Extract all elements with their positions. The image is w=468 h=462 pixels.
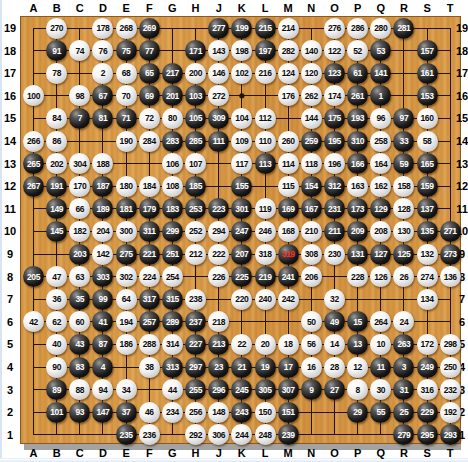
stone-M7-white-242[interactable]: 242 (278, 289, 299, 310)
stone-O9-white-230[interactable]: 230 (324, 244, 345, 265)
coord-col-top-B: B (53, 2, 61, 14)
coord-col-top-T: T (447, 2, 454, 14)
stone-F15-white-72[interactable]: 72 (139, 108, 160, 129)
stone-D7-black-99[interactable]: 99 (92, 289, 113, 310)
stone-K9-black-207[interactable]: 207 (231, 244, 252, 265)
stone-L1-white-248[interactable]: 248 (255, 424, 276, 445)
stone-F8-white-224[interactable]: 224 (139, 266, 160, 287)
stone-K14-white-109[interactable]: 109 (231, 131, 252, 152)
stone-S13-black-165[interactable]: 165 (417, 153, 438, 174)
stone-G10-black-299[interactable]: 299 (162, 221, 183, 242)
stone-B15-white-84[interactable]: 84 (46, 108, 67, 129)
stone-F9-black-221[interactable]: 221 (139, 244, 160, 265)
stone-S16-black-153[interactable]: 153 (417, 85, 438, 106)
stone-N15-white-144[interactable]: 144 (301, 108, 322, 129)
stone-R4-black-3[interactable]: 3 (393, 357, 414, 378)
stone-K4-black-21[interactable]: 21 (231, 357, 252, 378)
stone-G15-white-80[interactable]: 80 (162, 108, 183, 129)
stone-S17-black-161[interactable]: 161 (417, 63, 438, 84)
stone-N10-white-210[interactable]: 210 (301, 221, 322, 242)
coord-col-top-H: H (192, 2, 200, 14)
stone-G12-white-108[interactable]: 108 (162, 176, 183, 197)
coord-row-right-16: 16 (456, 90, 468, 102)
coord-row-left-3: 3 (7, 384, 13, 396)
stone-S4-black-249[interactable]: 249 (417, 357, 438, 378)
stone-O15-black-175[interactable]: 175 (324, 108, 345, 129)
stone-M1-black-239[interactable]: 239 (278, 424, 299, 445)
stone-D12-black-187[interactable]: 187 (92, 176, 113, 197)
stone-O3-black-27[interactable]: 27 (324, 379, 345, 400)
stone-N5-white-56[interactable]: 56 (301, 334, 322, 355)
stone-L11-white-119[interactable]: 119 (255, 198, 276, 219)
stone-H2-white-256[interactable]: 256 (185, 402, 206, 423)
coord-row-right-14: 14 (456, 135, 468, 147)
stone-E7-white-64[interactable]: 64 (116, 289, 137, 310)
stone-L13-black-113[interactable]: 113 (255, 153, 276, 174)
coord-row-right-11: 11 (456, 203, 468, 215)
stone-P19-white-286[interactable]: 286 (347, 18, 368, 39)
stone-G7-black-315[interactable]: 315 (162, 289, 183, 310)
stone-C2-black-93[interactable]: 93 (69, 402, 90, 423)
coord-row-left-10: 10 (4, 225, 16, 237)
stone-G8-white-254[interactable]: 254 (162, 266, 183, 287)
stone-F5-white-288[interactable]: 288 (139, 334, 160, 355)
coord-row-right-17: 17 (456, 67, 468, 79)
stone-L10-white-246[interactable]: 246 (255, 221, 276, 242)
stone-T5-white-298[interactable]: 298 (440, 334, 461, 355)
coord-col-bottom-D: D (99, 447, 107, 459)
stone-B4-white-90[interactable]: 90 (46, 357, 67, 378)
stone-M14-white-260[interactable]: 260 (278, 131, 299, 152)
coord-col-bottom-K: K (238, 447, 246, 459)
stone-R19-black-281[interactable]: 281 (393, 18, 414, 39)
stone-Q17-black-141[interactable]: 141 (370, 63, 391, 84)
coord-col-bottom-J: J (216, 447, 222, 459)
stone-E16-white-70[interactable]: 70 (116, 85, 137, 106)
stone-M16-white-176[interactable]: 176 (278, 85, 299, 106)
stone-B14-white-86[interactable]: 86 (46, 131, 67, 152)
coord-col-bottom-Q: Q (376, 447, 385, 459)
stone-F6-black-257[interactable]: 257 (139, 311, 160, 332)
stone-M2-black-151[interactable]: 151 (278, 402, 299, 423)
stone-B5-white-40[interactable]: 40 (46, 334, 67, 355)
coord-col-bottom-N: N (307, 447, 315, 459)
stone-H9-white-212[interactable]: 212 (185, 244, 206, 265)
stone-B17-white-78[interactable]: 78 (46, 63, 67, 84)
stone-Q12-white-162[interactable]: 162 (370, 176, 391, 197)
coord-row-left-12: 12 (4, 180, 16, 192)
coord-col-bottom-G: G (168, 447, 177, 459)
stone-D19-white-178[interactable]: 178 (92, 18, 113, 39)
stone-F4-white-38[interactable]: 38 (139, 357, 160, 378)
stone-R12-white-158[interactable]: 158 (393, 176, 414, 197)
stone-O10-black-211[interactable]: 211 (324, 221, 345, 242)
stone-K12-black-155[interactable]: 155 (231, 176, 252, 197)
coord-col-bottom-F: F (146, 447, 153, 459)
coord-col-bottom-M: M (284, 447, 293, 459)
coord-row-left-2: 2 (7, 406, 13, 418)
stone-P5-black-13[interactable]: 13 (347, 334, 368, 355)
coord-row-left-16: 16 (4, 90, 16, 102)
stone-L15-white-112[interactable]: 112 (255, 108, 276, 129)
coord-col-top-E: E (122, 2, 129, 14)
coord-col-bottom-R: R (400, 447, 408, 459)
stone-P12-white-163[interactable]: 163 (347, 176, 368, 197)
stone-L14-white-110[interactable]: 110 (255, 131, 276, 152)
stone-E8-white-302[interactable]: 302 (116, 266, 137, 287)
coord-col-bottom-T: T (447, 447, 454, 459)
stone-S12-black-159[interactable]: 159 (417, 176, 438, 197)
stone-T8-white-136[interactable]: 136 (440, 266, 461, 287)
stone-Q15-white-96[interactable]: 96 (370, 108, 391, 129)
stone-Q5-white-10[interactable]: 10 (370, 334, 391, 355)
stone-E2-black-37[interactable]: 37 (116, 402, 137, 423)
stone-M11-black-169[interactable]: 169 (278, 198, 299, 219)
stone-L8-black-219[interactable]: 219 (255, 266, 276, 287)
coord-row-left-18: 18 (4, 45, 16, 57)
stone-E3-white-34[interactable]: 34 (116, 379, 137, 400)
stone-B10-black-145[interactable]: 145 (46, 221, 67, 242)
coord-row-left-19: 19 (4, 22, 16, 34)
coord-col-top-Q: Q (376, 2, 385, 14)
stone-L4-black-19[interactable]: 19 (255, 357, 276, 378)
coord-col-top-D: D (99, 2, 107, 14)
stone-E6-white-194[interactable]: 194 (116, 311, 137, 332)
coord-col-bottom-O: O (330, 447, 339, 459)
stone-P17-black-61[interactable]: 61 (347, 63, 368, 84)
stone-Q14-white-258[interactable]: 258 (370, 131, 391, 152)
coord-row-left-11: 11 (4, 203, 16, 215)
stone-O5-white-14[interactable]: 14 (324, 334, 345, 355)
coord-col-top-F: F (146, 2, 153, 14)
stone-E12-white-180[interactable]: 180 (116, 176, 137, 197)
go-app-window: AABBCCDDEEFFGGHHJJKKLLMMNNOOPPQQRRSSTT19… (0, 0, 468, 462)
stone-E5-white-186[interactable]: 186 (116, 334, 137, 355)
coord-row-right-18: 18 (456, 45, 468, 57)
stone-K17-white-102[interactable]: 102 (231, 63, 252, 84)
stone-T2-white-192[interactable]: 192 (440, 402, 461, 423)
stone-Q4-black-11[interactable]: 11 (370, 357, 391, 378)
coord-row-left-8: 8 (7, 271, 13, 283)
stone-S1-black-295[interactable]: 295 (417, 424, 438, 445)
stone-E1-black-235[interactable]: 235 (116, 424, 137, 445)
coord-col-bottom-S: S (423, 447, 430, 459)
stone-M5-white-18[interactable]: 18 (278, 334, 299, 355)
stone-N6-white-50[interactable]: 50 (301, 311, 322, 332)
stone-P2-black-29[interactable]: 29 (347, 402, 368, 423)
coord-row-left-1: 1 (7, 429, 13, 441)
stone-C7-black-35[interactable]: 35 (69, 289, 90, 310)
stone-S5-white-172[interactable]: 172 (417, 334, 438, 355)
stone-F14-white-284[interactable]: 284 (139, 131, 160, 152)
stone-P10-black-209[interactable]: 209 (347, 221, 368, 242)
stone-O7-white-32[interactable]: 32 (324, 289, 345, 310)
coord-col-top-K: K (238, 2, 246, 14)
stone-M19-white-214[interactable]: 214 (278, 18, 299, 39)
stone-G2-white-234[interactable]: 234 (162, 402, 183, 423)
stone-L5-white-20[interactable]: 20 (255, 334, 276, 355)
stone-Q2-black-55[interactable]: 55 (370, 402, 391, 423)
stone-J17-white-146[interactable]: 146 (208, 63, 229, 84)
stone-O13-white-196[interactable]: 196 (324, 153, 345, 174)
coord-row-left-6: 6 (7, 316, 13, 328)
coord-row-left-15: 15 (4, 112, 16, 124)
stone-L2-white-150[interactable]: 150 (255, 402, 276, 423)
stone-F7-black-317[interactable]: 317 (139, 289, 160, 310)
coord-col-top-G: G (168, 2, 177, 14)
coord-row-left-13: 13 (4, 158, 16, 170)
stone-N9-white-308[interactable]: 308 (301, 244, 322, 265)
stone-F2-white-46[interactable]: 46 (139, 402, 160, 423)
coord-col-top-N: N (307, 2, 315, 14)
stone-H4-black-297[interactable]: 297 (185, 357, 206, 378)
stone-G14-black-283[interactable]: 283 (162, 131, 183, 152)
stone-F10-black-311[interactable]: 311 (139, 221, 160, 242)
stone-A13-black-265[interactable]: 265 (23, 153, 44, 174)
stone-J19-black-277[interactable]: 277 (208, 18, 229, 39)
stone-R14-black-33[interactable]: 33 (393, 131, 414, 152)
stone-P9-black-131[interactable]: 131 (347, 244, 368, 265)
stone-N4-white-16[interactable]: 16 (301, 357, 322, 378)
coord-row-left-5: 5 (7, 338, 13, 350)
coord-row-right-15: 15 (456, 112, 468, 124)
stone-F17-black-65[interactable]: 65 (139, 63, 160, 84)
stone-S2-black-229[interactable]: 229 (417, 402, 438, 423)
stone-E14-white-190[interactable]: 190 (116, 131, 137, 152)
stone-H12-black-185[interactable]: 185 (185, 176, 206, 197)
stone-E19-white-268[interactable]: 268 (116, 18, 137, 39)
coord-col-top-A: A (30, 2, 38, 14)
stone-D2-black-147[interactable]: 147 (92, 402, 113, 423)
stone-Q10-white-208[interactable]: 208 (370, 221, 391, 242)
stone-N3-black-9[interactable]: 9 (301, 379, 322, 400)
stone-M17-white-124[interactable]: 124 (278, 63, 299, 84)
coord-col-top-R: R (400, 2, 408, 14)
stone-M9-black-319[interactable]: 319 (278, 244, 299, 265)
stone-M4-black-17[interactable]: 17 (278, 357, 299, 378)
stone-C9-black-203[interactable]: 203 (69, 244, 90, 265)
stone-N11-black-167[interactable]: 167 (301, 198, 322, 219)
coord-row-left-4: 4 (7, 361, 13, 373)
coord-col-bottom-L: L (262, 447, 269, 459)
stone-M13-white-114[interactable]: 114 (278, 153, 299, 174)
stone-M10-white-168[interactable]: 168 (278, 221, 299, 242)
stone-M12-white-115[interactable]: 115 (278, 176, 299, 197)
coord-row-left-7: 7 (7, 293, 13, 305)
stone-H14-black-285[interactable]: 285 (185, 131, 206, 152)
stone-N8-white-206[interactable]: 206 (301, 266, 322, 287)
coord-col-top-C: C (76, 2, 84, 14)
coord-col-bottom-A: A (30, 447, 38, 459)
coord-col-top-P: P (354, 2, 361, 14)
stone-H10-white-252[interactable]: 252 (185, 221, 206, 242)
stone-L3-black-305[interactable]: 305 (255, 379, 276, 400)
stone-F18-black-77[interactable]: 77 (139, 40, 160, 61)
stone-M8-black-241[interactable]: 241 (278, 266, 299, 287)
stone-P14-black-310[interactable]: 310 (347, 131, 368, 152)
stone-K19-black-199[interactable]: 199 (231, 18, 252, 39)
stone-N18-white-140[interactable]: 140 (301, 40, 322, 61)
stone-E15-black-71[interactable]: 71 (116, 108, 137, 129)
stone-F1-white-236[interactable]: 236 (139, 424, 160, 445)
stone-B2-black-101[interactable]: 101 (46, 402, 67, 423)
stone-H7-white-238[interactable]: 238 (185, 289, 206, 310)
stone-E11-black-181[interactable]: 181 (116, 198, 137, 219)
stone-L17-white-216[interactable]: 216 (255, 63, 276, 84)
stone-L18-black-197[interactable]: 197 (255, 40, 276, 61)
stone-O18-white-122[interactable]: 122 (324, 40, 345, 61)
stone-D4-black-4[interactable]: 4 (92, 357, 113, 378)
stone-O12-black-312[interactable]: 312 (324, 176, 345, 197)
coord-row-left-17: 17 (4, 67, 16, 79)
stone-J15-black-309[interactable]: 309 (208, 108, 229, 129)
stone-G9-black-251[interactable]: 251 (162, 244, 183, 265)
stone-H13-white-107[interactable]: 107 (185, 153, 206, 174)
stone-A8-black-205[interactable]: 205 (23, 266, 44, 287)
stone-F11-black-179[interactable]: 179 (139, 198, 160, 219)
coord-col-bottom-C: C (76, 447, 84, 459)
stone-T3-white-232[interactable]: 232 (440, 379, 461, 400)
coord-col-bottom-B: B (53, 447, 61, 459)
stone-J2-white-148[interactable]: 148 (208, 402, 229, 423)
stone-J4-black-23[interactable]: 23 (208, 357, 229, 378)
stone-J14-black-111[interactable]: 111 (208, 131, 229, 152)
stone-L9-white-318[interactable]: 318 (255, 244, 276, 265)
coord-col-bottom-E: E (122, 447, 129, 459)
stone-D17-white-2[interactable]: 2 (92, 63, 113, 84)
stone-S10-black-135[interactable]: 135 (417, 221, 438, 242)
stone-G13-white-106[interactable]: 106 (162, 153, 183, 174)
coord-row-left-14: 14 (4, 135, 16, 147)
stone-C4-black-83[interactable]: 83 (69, 357, 90, 378)
stone-J10-white-294[interactable]: 294 (208, 221, 229, 242)
coord-col-top-M: M (284, 2, 293, 14)
stone-P4-white-12[interactable]: 12 (347, 357, 368, 378)
stone-G3-white-44[interactable]: 44 (162, 379, 183, 400)
stone-E9-black-275[interactable]: 275 (116, 244, 137, 265)
stone-M3-black-307[interactable]: 307 (278, 379, 299, 400)
stone-T1-black-293[interactable]: 293 (440, 424, 461, 445)
stone-L19-black-215[interactable]: 215 (255, 18, 276, 39)
stone-F19-black-269[interactable]: 269 (139, 18, 160, 39)
stone-H17-white-200[interactable]: 200 (185, 63, 206, 84)
stone-S14-white-58[interactable]: 58 (417, 131, 438, 152)
stone-S11-black-137[interactable]: 137 (417, 198, 438, 219)
stone-S7-white-134[interactable]: 134 (417, 289, 438, 310)
stone-E17-white-68[interactable]: 68 (116, 63, 137, 84)
stone-T9-black-273[interactable]: 273 (440, 244, 461, 265)
stone-N17-white-120[interactable]: 120 (301, 63, 322, 84)
stone-S8-white-274[interactable]: 274 (417, 266, 438, 287)
coord-row-right-12: 12 (456, 180, 468, 192)
stone-T10-black-271[interactable]: 271 (440, 221, 461, 242)
coord-row-left-9: 9 (7, 248, 13, 260)
stone-G4-black-313[interactable]: 313 (162, 357, 183, 378)
coord-col-top-L: L (262, 2, 269, 14)
stone-S18-black-157[interactable]: 157 (417, 40, 438, 61)
stone-B7-white-36[interactable]: 36 (46, 289, 67, 310)
stone-S3-white-316[interactable]: 316 (417, 379, 438, 400)
stone-H5-black-227[interactable]: 227 (185, 334, 206, 355)
coord-col-bottom-H: H (192, 447, 200, 459)
stone-R9-black-125[interactable]: 125 (393, 244, 414, 265)
stone-E10-white-300[interactable]: 300 (116, 221, 137, 242)
stone-R2-black-25[interactable]: 25 (393, 402, 414, 423)
stone-G5-white-314[interactable]: 314 (162, 334, 183, 355)
coord-col-bottom-P: P (354, 447, 361, 459)
stone-E18-black-75[interactable]: 75 (116, 40, 137, 61)
stone-B12-black-191[interactable]: 191 (46, 176, 67, 197)
coord-col-top-S: S (423, 2, 430, 14)
stone-N13-white-118[interactable]: 118 (301, 153, 322, 174)
stone-T4-white-250[interactable]: 250 (440, 357, 461, 378)
stone-N12-black-154[interactable]: 154 (301, 176, 322, 197)
stone-K2-black-243[interactable]: 243 (231, 402, 252, 423)
stone-J5-black-213[interactable]: 213 (208, 334, 229, 355)
stone-C12-white-170[interactable]: 170 (69, 176, 90, 197)
stone-O17-black-123[interactable]: 123 (324, 63, 345, 84)
coord-row-right-6: 6 (459, 316, 465, 328)
stone-P15-black-193[interactable]: 193 (347, 108, 368, 129)
star-point (239, 93, 244, 98)
stone-N14-black-259[interactable]: 259 (301, 131, 322, 152)
stone-Q19-white-280[interactable]: 280 (370, 18, 391, 39)
stone-J9-white-222[interactable]: 222 (208, 244, 229, 265)
stone-O19-white-276[interactable]: 276 (324, 18, 345, 39)
stone-H15-black-105[interactable]: 105 (185, 108, 206, 129)
stone-O14-black-195[interactable]: 195 (324, 131, 345, 152)
stone-O4-white-28[interactable]: 28 (324, 357, 345, 378)
stone-F12-white-184[interactable]: 184 (139, 176, 160, 197)
stone-A12-black-267[interactable]: 267 (23, 176, 44, 197)
coord-col-top-O: O (330, 2, 339, 14)
stone-B19-white-270[interactable]: 270 (46, 18, 67, 39)
stone-S9-white-132[interactable]: 132 (417, 244, 438, 265)
stone-L7-white-240[interactable]: 240 (255, 289, 276, 310)
stone-H18-black-171[interactable]: 171 (185, 40, 206, 61)
stone-H3-black-255[interactable]: 255 (185, 379, 206, 400)
stone-M18-white-282[interactable]: 282 (278, 40, 299, 61)
stone-N16-white-262[interactable]: 262 (301, 85, 322, 106)
coord-col-top-J: J (216, 2, 222, 14)
stone-K7-white-220[interactable]: 220 (231, 289, 252, 310)
stone-G17-black-217[interactable]: 217 (162, 63, 183, 84)
stone-A14-white-266[interactable]: 266 (23, 131, 44, 152)
stone-D9-white-142[interactable]: 142 (92, 244, 113, 265)
stone-F16-black-69[interactable]: 69 (139, 85, 160, 106)
stone-S15-white-160[interactable]: 160 (417, 108, 438, 129)
coord-row-right-13: 13 (456, 158, 468, 170)
stone-Q9-black-127[interactable]: 127 (370, 244, 391, 265)
coord-row-right-7: 7 (459, 293, 465, 305)
coord-row-right-19: 19 (456, 22, 468, 34)
